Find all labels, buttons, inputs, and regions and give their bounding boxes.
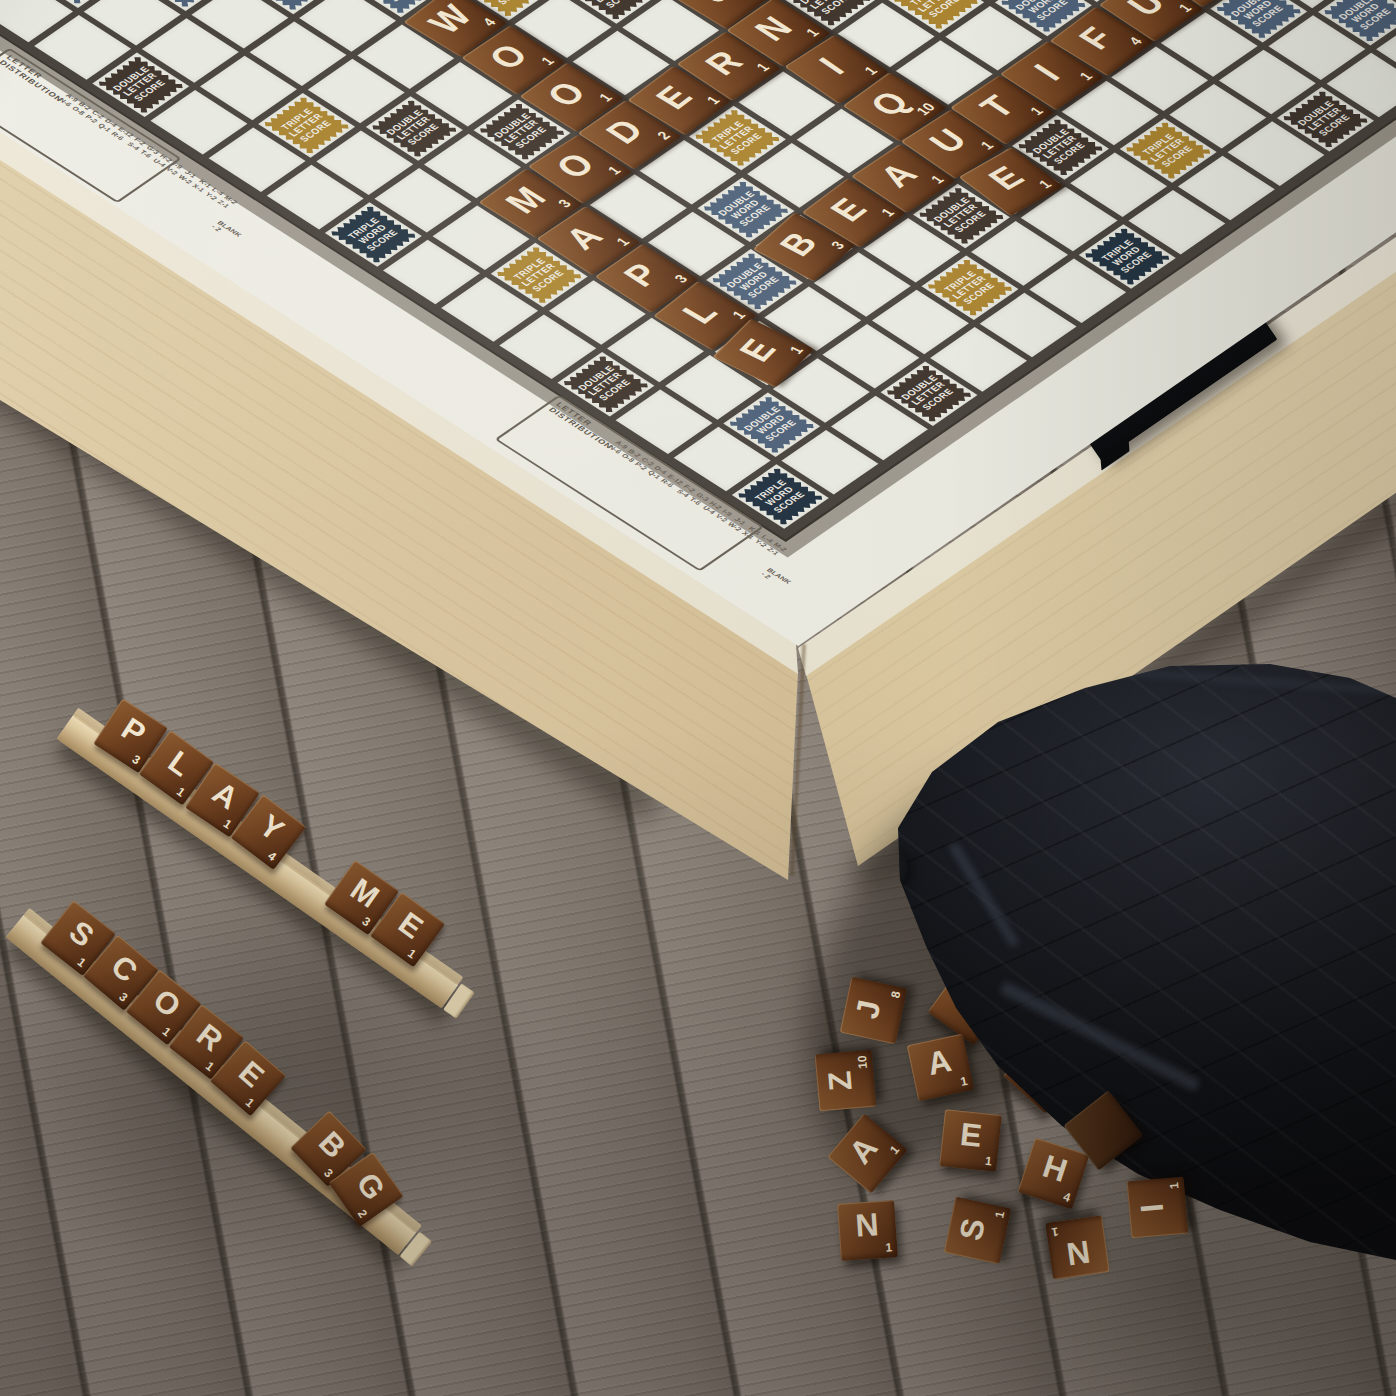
tile-Z: Z10 [815,1050,877,1112]
tile-J: J8 [840,977,908,1045]
tile-N: N1 [837,1200,898,1261]
letter-distribution-blank: BLANK - 2 [210,220,243,242]
tile-I: I1 [1127,1177,1189,1239]
tile-A: A1 [907,1034,975,1102]
tile-N: N1 [1045,1215,1109,1279]
letter-distribution-blank: BLANK - 2 [760,567,793,589]
tile-E: E1 [939,1109,1002,1172]
scrabble-scene: TRIPLEWORDSCOREDOUBLELETTERSCORETRIPLEWO… [0,0,1396,1396]
tile-S: S1 [944,1197,1012,1265]
